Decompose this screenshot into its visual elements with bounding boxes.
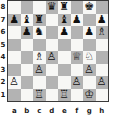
square-g5[interactable]: [83, 39, 96, 52]
black-queen-d8: ♛: [46, 1, 59, 14]
square-f4[interactable]: ♕: [71, 51, 84, 64]
square-b4[interactable]: [21, 51, 34, 64]
square-g4[interactable]: ♘: [83, 51, 96, 64]
white-knight-g4: ♘: [83, 51, 96, 64]
square-g6[interactable]: ♟: [83, 26, 96, 39]
square-d2[interactable]: [46, 76, 59, 89]
square-g8[interactable]: ♚: [83, 1, 96, 14]
rank-label-8: 8: [0, 1, 6, 14]
square-h1[interactable]: [96, 89, 109, 102]
square-b6[interactable]: ♟: [21, 26, 34, 39]
square-g2[interactable]: [83, 76, 96, 89]
square-d5[interactable]: [46, 39, 59, 52]
square-d4[interactable]: ♙: [46, 51, 59, 64]
square-f1[interactable]: [71, 89, 84, 102]
square-h2[interactable]: ♙: [96, 76, 109, 89]
square-f2[interactable]: ♙: [71, 76, 84, 89]
square-b7[interactable]: ♝: [21, 14, 34, 27]
square-g7[interactable]: [83, 14, 96, 27]
square-g1[interactable]: ♔: [83, 89, 96, 102]
white-rook-e1: ♖: [58, 89, 71, 102]
black-pawn-b6: ♟: [21, 26, 34, 39]
rank-label-7: 7: [0, 14, 6, 27]
file-label-g: g: [83, 105, 96, 116]
square-e8[interactable]: ♜: [58, 1, 71, 14]
black-pawn-a7: ♟: [8, 14, 21, 27]
white-queen-f4: ♕: [71, 51, 84, 64]
black-pawn-e6: ♟: [58, 26, 71, 39]
square-f8[interactable]: [71, 1, 84, 14]
square-a1[interactable]: [8, 89, 21, 102]
square-h5[interactable]: [96, 39, 109, 52]
file-label-e: e: [58, 105, 71, 116]
square-f6[interactable]: [71, 26, 84, 39]
square-h8[interactable]: [96, 1, 109, 14]
file-label-d: d: [46, 105, 59, 116]
white-king-g1: ♔: [83, 89, 96, 102]
file-label-c: c: [33, 105, 46, 116]
square-a8[interactable]: [8, 1, 21, 14]
white-bishop-c4: ♗: [33, 51, 46, 64]
square-c8[interactable]: [33, 1, 46, 14]
white-pawn-d4: ♙: [46, 51, 59, 64]
square-c4[interactable]: ♗: [33, 51, 46, 64]
white-pawn-f2: ♙: [71, 76, 84, 89]
square-e4[interactable]: [58, 51, 71, 64]
square-e3[interactable]: [58, 64, 71, 77]
square-c5[interactable]: [33, 39, 46, 52]
board: ♛♜♚♟♝♜♝♟♟♟♞♟♟♗♗♙♕♘♙♙♙♙♙♖♖♔: [7, 0, 109, 102]
square-b2[interactable]: [21, 76, 34, 89]
square-f3[interactable]: [71, 64, 84, 77]
square-b3[interactable]: [21, 64, 34, 77]
square-h3[interactable]: [96, 64, 109, 77]
square-h6[interactable]: ♗: [96, 26, 109, 39]
file-label-f: f: [71, 105, 84, 116]
black-knight-c6: ♞: [33, 26, 46, 39]
black-bishop-b7: ♝: [21, 14, 34, 27]
square-a6[interactable]: [8, 26, 21, 39]
square-e2[interactable]: [58, 76, 71, 89]
square-h4[interactable]: [96, 51, 109, 64]
rank-label-6: 6: [0, 26, 6, 39]
black-rook-e8: ♜: [58, 1, 71, 14]
square-h7[interactable]: ♟: [96, 14, 109, 27]
chess-diagram: ♛♜♚♟♝♜♝♟♟♟♞♟♟♗♗♙♕♘♙♙♙♙♙♖♖♔ 87654321 abcd…: [0, 0, 116, 118]
rank-label-5: 5: [0, 39, 6, 52]
rank-label-1: 1: [0, 89, 6, 102]
square-d6[interactable]: [46, 26, 59, 39]
square-a5[interactable]: [8, 39, 21, 52]
square-d7[interactable]: [46, 14, 59, 27]
square-d8[interactable]: ♛: [46, 1, 59, 14]
black-bishop-e7: ♝: [58, 14, 71, 27]
file-label-b: b: [21, 105, 34, 116]
square-b1[interactable]: [21, 89, 34, 102]
file-label-a: a: [8, 105, 21, 116]
square-e5[interactable]: [58, 39, 71, 52]
file-label-h: h: [96, 105, 109, 116]
square-c6[interactable]: ♞: [33, 26, 46, 39]
square-c3[interactable]: ♙: [33, 64, 46, 77]
black-rook-c7: ♜: [33, 14, 46, 27]
square-e6[interactable]: ♟: [58, 26, 71, 39]
square-d3[interactable]: [46, 64, 59, 77]
black-pawn-g6: ♟: [83, 26, 96, 39]
square-f7[interactable]: ♟: [71, 14, 84, 27]
white-pawn-a2: ♙: [8, 76, 21, 89]
square-a4[interactable]: [8, 51, 21, 64]
rank-label-2: 2: [0, 76, 6, 89]
black-pawn-f7: ♟: [71, 14, 84, 27]
black-pawn-h7: ♟: [96, 14, 109, 27]
square-c7[interactable]: ♜: [33, 14, 46, 27]
square-a3[interactable]: [8, 64, 21, 77]
square-b5[interactable]: [21, 39, 34, 52]
square-e1[interactable]: ♖: [58, 89, 71, 102]
square-f5[interactable]: [71, 39, 84, 52]
white-rook-c1: ♖: [33, 89, 46, 102]
square-a2[interactable]: ♙: [8, 76, 21, 89]
square-a7[interactable]: ♟: [8, 14, 21, 27]
square-c2[interactable]: [33, 76, 46, 89]
square-g3[interactable]: ♙: [83, 64, 96, 77]
white-pawn-h2: ♙: [96, 76, 109, 89]
square-e7[interactable]: ♝: [58, 14, 71, 27]
white-bishop-h6: ♗: [96, 26, 109, 39]
square-d1[interactable]: [46, 89, 59, 102]
rank-label-4: 4: [0, 51, 6, 64]
white-pawn-g3: ♙: [83, 64, 96, 77]
square-c1[interactable]: ♖: [33, 89, 46, 102]
black-king-g8: ♚: [83, 1, 96, 14]
white-pawn-c3: ♙: [33, 64, 46, 77]
square-b8[interactable]: [21, 1, 34, 14]
rank-label-3: 3: [0, 64, 6, 77]
